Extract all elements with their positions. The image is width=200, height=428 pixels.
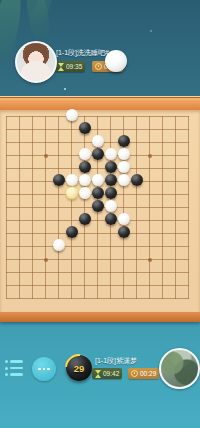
chat-bubble-icon[interactable] — [32, 357, 56, 381]
top-main-time: 09:35 — [66, 63, 82, 70]
grid-line — [6, 298, 189, 299]
stone-white — [92, 174, 104, 186]
stone-white — [105, 200, 117, 212]
stone-black — [92, 148, 104, 160]
board-surface[interactable] — [0, 110, 200, 312]
sparkle-dot — [64, 88, 66, 90]
gomoku-board — [0, 96, 200, 322]
stone-black — [92, 187, 104, 199]
bottom-player-name: [1-1段]紫潇梦 — [95, 356, 137, 365]
star-point — [148, 258, 152, 262]
stone-white — [79, 174, 91, 186]
sparkle-dot — [150, 30, 152, 32]
hourglass-icon — [58, 63, 64, 71]
grid-line — [175, 116, 176, 299]
board-grid[interactable] — [6, 116, 189, 299]
stone-white — [92, 135, 104, 147]
turn-countdown-stone: 29 — [66, 355, 92, 381]
stone-white — [66, 174, 78, 186]
chat-dot — [43, 368, 46, 371]
bottom-main-timer-chip: 09:42 — [92, 368, 122, 379]
star-point — [148, 154, 152, 158]
board-frame-top — [0, 96, 200, 110]
stone-black — [92, 200, 104, 212]
star-point — [44, 258, 48, 262]
bottom-main-time: 09:42 — [103, 370, 119, 377]
stone-black — [105, 161, 117, 173]
bottom-move-time: 00:29 — [140, 370, 156, 377]
hourglass-icon — [95, 370, 101, 378]
stone-black — [118, 135, 130, 147]
stone-black — [105, 187, 117, 199]
grid-line — [188, 116, 189, 299]
stone-black — [79, 122, 91, 134]
stone-white — [118, 161, 130, 173]
stone-white — [118, 148, 130, 160]
stone-black — [79, 161, 91, 173]
stone-black — [79, 213, 91, 225]
star-point — [44, 154, 48, 158]
bottom-player-avatar[interactable] — [159, 348, 200, 389]
stone-white — [66, 187, 78, 199]
clock-icon — [95, 63, 102, 70]
stone-black — [53, 174, 65, 186]
stone-white — [79, 148, 91, 160]
chat-dot — [47, 368, 50, 371]
chat-dot — [38, 368, 41, 371]
stone-black — [66, 226, 78, 238]
menu-list-icon[interactable] — [5, 360, 25, 379]
stone-black — [131, 174, 143, 186]
stone-white — [66, 109, 78, 121]
top-player-avatar[interactable] — [15, 41, 57, 83]
stone-white — [105, 148, 117, 160]
stone-white — [53, 239, 65, 251]
grid-line — [6, 272, 189, 273]
top-main-timer-chip: 09:35 — [55, 61, 85, 72]
bottom-move-timer-chip: 00:29 — [128, 368, 159, 379]
stone-white — [118, 213, 130, 225]
stone-white — [79, 187, 91, 199]
game-screen: [1-1段]洗洗睡吧# 09:35 00:28 — [0, 0, 200, 428]
board-frame-bottom — [0, 312, 200, 322]
stone-white — [118, 174, 130, 186]
clock-icon — [131, 370, 138, 377]
top-player-name: [1-1段]洗洗睡吧# — [56, 48, 109, 57]
white-stone-indicator — [105, 50, 127, 72]
stone-black — [105, 213, 117, 225]
grid-line — [6, 285, 189, 286]
countdown-value: 29 — [74, 363, 85, 374]
stone-black — [118, 226, 130, 238]
stone-black — [105, 174, 117, 186]
